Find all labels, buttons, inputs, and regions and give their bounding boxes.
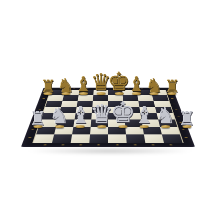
square-g3 (141, 120, 160, 127)
frame-ornament-dot (61, 144, 64, 145)
frame-ornament-dot (79, 144, 82, 145)
frame-ornament-dot (86, 89, 88, 90)
frame-ornament-dot (177, 116, 180, 117)
square-b3 (56, 120, 75, 127)
frame-ornament-dot (152, 144, 155, 145)
square-g2 (143, 127, 162, 135)
frame-ornament-dot (134, 144, 137, 145)
square-d3 (91, 120, 108, 127)
frame-ornament-dot (43, 144, 46, 145)
frame-ornaments-top (53, 88, 162, 90)
frame-ornament-dot (44, 93, 47, 94)
frame-ornament-dot (42, 98, 45, 99)
square-e1 (108, 134, 127, 142)
square-d2 (90, 127, 108, 135)
square-f1 (126, 134, 145, 142)
frame-ornament-dot (171, 98, 174, 99)
square-b1 (52, 134, 72, 142)
frame-ornament-dot (73, 89, 75, 90)
square-e4 (108, 113, 125, 120)
frame-ornament-dot (38, 109, 41, 110)
square-h1 (162, 134, 183, 142)
frame-ornament-dot (36, 116, 39, 117)
board-surface (21, 88, 195, 147)
frame-ornament-dot (97, 144, 100, 145)
board-shadow (26, 147, 194, 155)
square-c3 (73, 120, 91, 127)
square-b2 (54, 127, 73, 135)
square-a2 (36, 127, 56, 135)
square-f3 (125, 120, 143, 127)
square-h3 (158, 120, 177, 127)
square-d1 (89, 134, 108, 142)
frame-ornament-dot (34, 122, 37, 123)
frame-ornaments-bottom (35, 144, 181, 147)
board-frame (21, 88, 195, 147)
frame-ornament-dot (182, 129, 185, 130)
square-f2 (125, 127, 144, 135)
chess-board (21, 74, 195, 147)
frame-ornament-dot (28, 137, 31, 138)
frame-ornament-dot (169, 93, 172, 94)
square-a3 (39, 120, 58, 127)
frame-ornament-dot (154, 89, 156, 90)
square-e3 (108, 120, 125, 127)
frame-ornament-dot (59, 89, 61, 90)
frame-ornament-dot (179, 122, 182, 123)
square-h4 (157, 113, 175, 120)
frame-ornament-dot (173, 104, 176, 105)
square-f4 (124, 113, 141, 120)
square-d4 (91, 113, 108, 120)
square-c2 (72, 127, 91, 135)
frame-ornament-dot (127, 89, 129, 90)
board-grid (33, 90, 182, 143)
frame-ornament-dot (40, 104, 43, 105)
square-h2 (160, 127, 180, 135)
frame-ornament-dot (175, 109, 178, 110)
frame-ornament-dot (31, 129, 34, 130)
frame-ornament-dot (100, 89, 102, 90)
square-a4 (41, 113, 59, 120)
frame-ornament-dot (170, 144, 173, 145)
frame-ornament-dot (114, 89, 116, 90)
frame-ornament-dot (185, 137, 188, 138)
square-g1 (144, 134, 164, 142)
square-a1 (33, 134, 54, 142)
square-b4 (58, 113, 76, 120)
frame-ornament-dot (116, 144, 119, 145)
square-c4 (75, 113, 92, 120)
square-e2 (108, 127, 126, 135)
chess-set-product-photo: ♜♞♝♛♚♝♞♜♜♞♝♛♚♝♞♜ (0, 0, 216, 216)
square-g4 (140, 113, 158, 120)
frame-ornament-dot (141, 89, 143, 90)
square-c1 (71, 134, 90, 142)
